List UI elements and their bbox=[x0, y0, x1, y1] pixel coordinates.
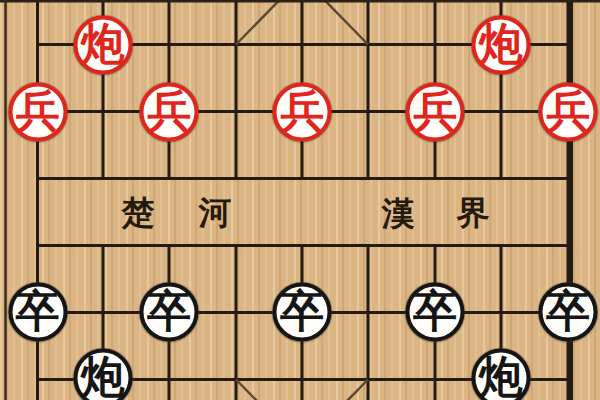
red-cannon-glyph: 炮 bbox=[81, 22, 125, 66]
piece-black-soldier[interactable]: 卒 bbox=[539, 283, 598, 342]
piece-red-soldier[interactable]: 兵 bbox=[8, 83, 67, 142]
piece-red-cannon[interactable]: 炮 bbox=[74, 16, 133, 75]
piece-black-cannon[interactable]: 炮 bbox=[74, 349, 133, 400]
piece-red-soldier[interactable]: 兵 bbox=[406, 83, 465, 142]
piece-red-soldier[interactable]: 兵 bbox=[273, 83, 332, 142]
piece-black-soldier[interactable]: 卒 bbox=[406, 283, 465, 342]
red-cannon-glyph: 炮 bbox=[479, 22, 523, 66]
river-text-chu: 楚 bbox=[122, 197, 155, 230]
river-text-han: 漢 bbox=[382, 198, 415, 231]
black-cannon-glyph: 炮 bbox=[81, 355, 125, 399]
piece-red-cannon[interactable]: 炮 bbox=[472, 16, 531, 75]
red-soldier-glyph: 兵 bbox=[280, 89, 324, 133]
river-text-he: 河 bbox=[199, 197, 232, 230]
red-soldier-glyph: 兵 bbox=[413, 89, 457, 133]
black-cannon-glyph: 炮 bbox=[479, 355, 523, 399]
black-soldier-glyph: 卒 bbox=[16, 289, 60, 333]
piece-black-soldier[interactable]: 卒 bbox=[8, 283, 67, 342]
black-soldier-glyph: 卒 bbox=[413, 289, 457, 333]
black-soldier-glyph: 卒 bbox=[546, 289, 590, 333]
piece-black-cannon[interactable]: 炮 bbox=[472, 349, 531, 400]
piece-red-soldier[interactable]: 兵 bbox=[140, 83, 199, 142]
piece-black-soldier[interactable]: 卒 bbox=[140, 283, 199, 342]
red-soldier-glyph: 兵 bbox=[546, 89, 590, 133]
piece-red-soldier[interactable]: 兵 bbox=[539, 83, 598, 142]
black-soldier-glyph: 卒 bbox=[147, 289, 191, 333]
piece-black-soldier[interactable]: 卒 bbox=[273, 283, 332, 342]
black-soldier-glyph: 卒 bbox=[280, 289, 324, 333]
red-soldier-glyph: 兵 bbox=[147, 89, 191, 133]
red-soldier-glyph: 兵 bbox=[16, 89, 60, 133]
river-text-jie: 界 bbox=[457, 197, 490, 230]
xiangqi-board[interactable]: 楚 河 漢 界 炮炮兵兵兵兵兵卒卒卒卒卒炮炮 bbox=[0, 0, 600, 400]
